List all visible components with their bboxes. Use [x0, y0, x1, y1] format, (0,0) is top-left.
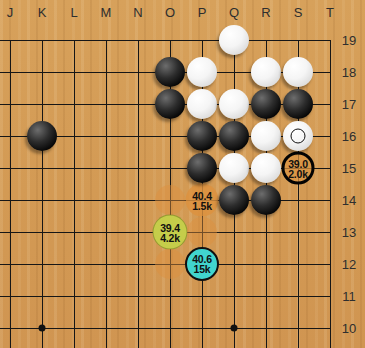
star-point-Q10 [231, 325, 238, 332]
board-intersection-N16[interactable] [122, 120, 154, 152]
go-analysis-board: JKLMNOPQRST 19181716151413121110 39.02.0… [0, 0, 365, 348]
board-intersection-P16[interactable] [186, 120, 218, 152]
last-move-marker [291, 129, 306, 144]
board-intersection-M15[interactable] [90, 152, 122, 184]
board-intersection-S10[interactable] [282, 312, 314, 344]
column-label-K: K [26, 0, 58, 24]
black-stone [27, 121, 57, 151]
board-intersection-J18[interactable] [0, 56, 26, 88]
board-intersection-O16[interactable] [154, 120, 186, 152]
board-intersection-O14[interactable] [154, 184, 186, 216]
black-stone [251, 185, 281, 215]
board-intersection-T14[interactable] [314, 184, 346, 216]
board-intersection-Q17[interactable] [218, 88, 250, 120]
board-intersection-M14[interactable] [90, 184, 122, 216]
column-label-S: S [282, 0, 314, 24]
board-intersection-J11[interactable] [0, 280, 26, 312]
board-intersection-N17[interactable] [122, 88, 154, 120]
board-intersection-L15[interactable] [58, 152, 90, 184]
board-intersection-J13[interactable] [0, 216, 26, 248]
board-intersection-O13[interactable]: 39.44.2k [154, 216, 186, 248]
column-label-O: O [154, 0, 186, 24]
candidate-move-O12[interactable] [155, 249, 185, 279]
white-stone [251, 121, 281, 151]
board-edge-sliver [186, 344, 218, 348]
board-intersection-N18[interactable] [122, 56, 154, 88]
board-edge-sliver [282, 344, 314, 348]
board-intersection-M18[interactable] [90, 56, 122, 88]
board-intersection-S18[interactable] [282, 56, 314, 88]
white-stone [187, 57, 217, 87]
candidate-visits: 1.5k [192, 200, 212, 210]
board-intersection-L17[interactable] [58, 88, 90, 120]
white-stone [251, 57, 281, 87]
board-intersection-J17[interactable] [0, 88, 26, 120]
board-intersection-S12[interactable] [282, 248, 314, 280]
board-intersection-M19[interactable] [90, 24, 122, 56]
board-intersection-L12[interactable] [58, 248, 90, 280]
board-intersection-J10[interactable] [0, 312, 26, 344]
black-stone [187, 121, 217, 151]
board-intersection-N12[interactable] [122, 248, 154, 280]
white-stone [251, 153, 281, 183]
black-stone [155, 57, 185, 87]
board-intersection-P10[interactable] [186, 312, 218, 344]
board-intersection-R18[interactable] [250, 56, 282, 88]
board-intersection-K18[interactable] [26, 56, 58, 88]
white-stone [219, 25, 249, 55]
board-intersection-M11[interactable] [90, 280, 122, 312]
board-intersection-Q14[interactable] [218, 184, 250, 216]
candidate-move-S15[interactable]: 39.02.0k [282, 152, 315, 185]
black-stone [219, 185, 249, 215]
board-edge-sliver [58, 344, 90, 348]
candidate-visits: 2.0k [288, 168, 308, 178]
board-intersection-S14[interactable] [282, 184, 314, 216]
board-intersection-P14[interactable]: 40.41.5k [186, 184, 218, 216]
board-intersection-K19[interactable] [26, 24, 58, 56]
board-intersection-T15[interactable] [314, 152, 346, 184]
board-intersection-N10[interactable] [122, 312, 154, 344]
candidate-move-O14[interactable] [155, 185, 185, 215]
board-intersection-O12[interactable] [154, 248, 186, 280]
board-intersection-J12[interactable] [0, 248, 26, 280]
board-intersection-L18[interactable] [58, 56, 90, 88]
white-stone [219, 153, 249, 183]
board-intersection-O18[interactable] [154, 56, 186, 88]
board-intersection-L11[interactable] [58, 280, 90, 312]
board-intersection-Q10[interactable] [218, 312, 250, 344]
board-intersection-P19[interactable] [186, 24, 218, 56]
candidate-score: 39.4 [160, 222, 180, 232]
board-intersection-P13[interactable] [186, 216, 218, 248]
board-intersection-S17[interactable] [282, 88, 314, 120]
board-intersection-J15[interactable] [0, 152, 26, 184]
candidate-score: 39.0 [288, 158, 308, 168]
board-intersection-M17[interactable] [90, 88, 122, 120]
candidate-score: 40.4 [192, 190, 212, 200]
board-edge-sliver [314, 344, 346, 348]
column-label-T: T [314, 0, 346, 24]
star-point-K10 [39, 325, 46, 332]
black-stone [219, 121, 249, 151]
white-stone [219, 89, 249, 119]
candidate-move-P12[interactable]: 40.615k [185, 247, 219, 281]
board-intersection-K10[interactable] [26, 312, 58, 344]
board-intersection-T16[interactable] [314, 120, 346, 152]
board-intersection-T10[interactable] [314, 312, 346, 344]
white-stone [283, 57, 313, 87]
column-label-M: M [90, 0, 122, 24]
board-edge-sliver [250, 344, 282, 348]
board-intersection-S11[interactable] [282, 280, 314, 312]
goban-grid: 39.02.0k40.41.5k39.44.2k40.615k [0, 24, 346, 348]
column-label-P: P [186, 0, 218, 24]
board-intersection-O11[interactable] [154, 280, 186, 312]
board-intersection-K15[interactable] [26, 152, 58, 184]
board-intersection-K13[interactable] [26, 216, 58, 248]
board-intersection-P17[interactable] [186, 88, 218, 120]
board-intersection-Q16[interactable] [218, 120, 250, 152]
board-intersection-T13[interactable] [314, 216, 346, 248]
black-stone [251, 89, 281, 119]
board-edge-sliver [154, 344, 186, 348]
board-intersection-S19[interactable] [282, 24, 314, 56]
board-intersection-R17[interactable] [250, 88, 282, 120]
black-stone [187, 153, 217, 183]
black-stone [283, 89, 313, 119]
board-intersection-L14[interactable] [58, 184, 90, 216]
board-intersection-K16[interactable] [26, 120, 58, 152]
board-intersection-J19[interactable] [0, 24, 26, 56]
board-intersection-P15[interactable] [186, 152, 218, 184]
board-intersection-R15[interactable] [250, 152, 282, 184]
board-intersection-M12[interactable] [90, 248, 122, 280]
board-intersection-L13[interactable] [58, 216, 90, 248]
column-label-J: J [0, 0, 26, 24]
board-intersection-Q19[interactable] [218, 24, 250, 56]
board-intersection-M16[interactable] [90, 120, 122, 152]
board-intersection-Q13[interactable] [218, 216, 250, 248]
board-intersection-R10[interactable] [250, 312, 282, 344]
board-intersection-P11[interactable] [186, 280, 218, 312]
board-edge-sliver [218, 344, 250, 348]
board-intersection-R11[interactable] [250, 280, 282, 312]
board-intersection-P12[interactable]: 40.615k [186, 248, 218, 280]
board-intersection-K12[interactable] [26, 248, 58, 280]
board-intersection-N14[interactable] [122, 184, 154, 216]
board-intersection-O19[interactable] [154, 24, 186, 56]
column-labels: JKLMNOPQRST [0, 0, 346, 24]
column-label-L: L [58, 0, 90, 24]
board-intersection-R19[interactable] [250, 24, 282, 56]
board-intersection-P18[interactable] [186, 56, 218, 88]
board-intersection-T18[interactable] [314, 56, 346, 88]
board-edge-sliver [0, 344, 26, 348]
board-intersection-Q18[interactable] [218, 56, 250, 88]
column-label-Q: Q [218, 0, 250, 24]
board-intersection-R16[interactable] [250, 120, 282, 152]
board-intersection-N15[interactable] [122, 152, 154, 184]
board-intersection-K11[interactable] [26, 280, 58, 312]
candidate-visits: 4.2k [160, 232, 180, 242]
board-intersection-S13[interactable] [282, 216, 314, 248]
board-intersection-Q15[interactable] [218, 152, 250, 184]
board-intersection-T11[interactable] [314, 280, 346, 312]
board-intersection-N13[interactable] [122, 216, 154, 248]
white-stone [187, 89, 217, 119]
board-intersection-S16[interactable] [282, 120, 314, 152]
board-intersection-R14[interactable] [250, 184, 282, 216]
board-intersection-O17[interactable] [154, 88, 186, 120]
board-intersection-M13[interactable] [90, 216, 122, 248]
candidate-move-P14[interactable]: 40.41.5k [186, 184, 219, 217]
candidate-move-P13[interactable] [187, 217, 217, 247]
board-edge-sliver [90, 344, 122, 348]
column-label-R: R [250, 0, 282, 24]
candidate-visits: 15k [194, 264, 211, 274]
board-intersection-R13[interactable] [250, 216, 282, 248]
board-intersection-K14[interactable] [26, 184, 58, 216]
board-intersection-L16[interactable] [58, 120, 90, 152]
board-intersection-J16[interactable] [0, 120, 26, 152]
board-intersection-J14[interactable] [0, 184, 26, 216]
board-intersection-M10[interactable] [90, 312, 122, 344]
board-intersection-T17[interactable] [314, 88, 346, 120]
board-intersection-N19[interactable] [122, 24, 154, 56]
board-edge-sliver [122, 344, 154, 348]
white-stone [283, 121, 313, 151]
board-intersection-Q11[interactable] [218, 280, 250, 312]
board-intersection-S15[interactable]: 39.02.0k [282, 152, 314, 184]
board-edge-sliver [26, 344, 58, 348]
board-intersection-R12[interactable] [250, 248, 282, 280]
board-intersection-N11[interactable] [122, 280, 154, 312]
board-intersection-Q12[interactable] [218, 248, 250, 280]
column-label-N: N [122, 0, 154, 24]
board-intersection-K17[interactable] [26, 88, 58, 120]
board-intersection-O10[interactable] [154, 312, 186, 344]
board-intersection-O15[interactable] [154, 152, 186, 184]
board-intersection-T12[interactable] [314, 248, 346, 280]
candidate-move-O13[interactable]: 39.44.2k [153, 215, 188, 250]
board-intersection-L10[interactable] [58, 312, 90, 344]
board-intersection-L19[interactable] [58, 24, 90, 56]
black-stone [155, 89, 185, 119]
board-intersection-T19[interactable] [314, 24, 346, 56]
